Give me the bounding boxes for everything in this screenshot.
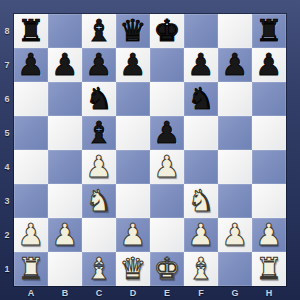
square-g4[interactable] (218, 150, 252, 184)
square-f8[interactable] (184, 14, 218, 48)
square-h5[interactable] (252, 116, 286, 150)
square-a6[interactable] (14, 82, 48, 116)
square-a8[interactable]: ♜ (14, 14, 48, 48)
square-b4[interactable] (48, 150, 82, 184)
square-d7[interactable]: ♟ (116, 48, 150, 82)
white-bishop-f1[interactable]: ♝ (188, 252, 215, 286)
square-c5[interactable]: ♝ (82, 116, 116, 150)
white-pawn-e4[interactable]: ♟ (154, 150, 181, 184)
square-e5[interactable]: ♟ (150, 116, 184, 150)
square-b5[interactable] (48, 116, 82, 150)
square-a3[interactable] (14, 184, 48, 218)
square-f7[interactable]: ♟ (184, 48, 218, 82)
chess-diagram-frame: 87654321 ♜♝♛♚♜♟♟♟♟♟♟♟♞♞♝♟♟♟♞♞♟♟♟♟♟♟♜♝♛♚♝… (0, 0, 300, 300)
black-pawn-g7[interactable]: ♟ (222, 48, 249, 82)
square-h6[interactable] (252, 82, 286, 116)
square-c8[interactable]: ♝ (82, 14, 116, 48)
rank-label-6: 6 (0, 82, 14, 116)
file-label-g: G (218, 286, 252, 300)
rank-label-4: 4 (0, 150, 14, 184)
square-a4[interactable] (14, 150, 48, 184)
square-d2[interactable]: ♟ (116, 218, 150, 252)
square-h2[interactable]: ♟ (252, 218, 286, 252)
rank-label-3: 3 (0, 184, 14, 218)
rank-labels: 87654321 (0, 14, 14, 286)
square-c7[interactable]: ♟ (82, 48, 116, 82)
square-e6[interactable] (150, 82, 184, 116)
black-pawn-c7[interactable]: ♟ (86, 48, 113, 82)
square-a7[interactable]: ♟ (14, 48, 48, 82)
square-b2[interactable]: ♟ (48, 218, 82, 252)
rank-label-8: 8 (0, 14, 14, 48)
black-rook-h8[interactable]: ♜ (256, 14, 283, 48)
rank-label-7: 7 (0, 48, 14, 82)
square-b8[interactable] (48, 14, 82, 48)
file-label-f: F (184, 286, 218, 300)
square-e8[interactable]: ♚ (150, 14, 184, 48)
square-f6[interactable]: ♞ (184, 82, 218, 116)
black-pawn-d7[interactable]: ♟ (120, 48, 147, 82)
square-h8[interactable]: ♜ (252, 14, 286, 48)
square-c3[interactable]: ♞ (82, 184, 116, 218)
square-g8[interactable] (218, 14, 252, 48)
white-queen-d1[interactable]: ♛ (120, 252, 147, 286)
square-c6[interactable]: ♞ (82, 82, 116, 116)
white-pawn-c4[interactable]: ♟ (86, 150, 113, 184)
square-f2[interactable]: ♟ (184, 218, 218, 252)
square-g6[interactable] (218, 82, 252, 116)
square-h3[interactable] (252, 184, 286, 218)
square-c1[interactable]: ♝ (82, 252, 116, 286)
chess-board: ♜♝♛♚♜♟♟♟♟♟♟♟♞♞♝♟♟♟♞♞♟♟♟♟♟♟♜♝♛♚♝♜ (14, 14, 286, 286)
square-g2[interactable]: ♟ (218, 218, 252, 252)
file-label-a: A (14, 286, 48, 300)
square-d4[interactable] (116, 150, 150, 184)
white-pawn-f2[interactable]: ♟ (188, 218, 215, 252)
square-e4[interactable]: ♟ (150, 150, 184, 184)
file-label-h: H (252, 286, 286, 300)
square-d6[interactable] (116, 82, 150, 116)
black-king-e8[interactable]: ♚ (154, 14, 181, 48)
black-bishop-c5[interactable]: ♝ (86, 116, 113, 150)
square-e7[interactable] (150, 48, 184, 82)
white-king-e1[interactable]: ♚ (154, 252, 181, 286)
square-e1[interactable]: ♚ (150, 252, 184, 286)
white-pawn-a2[interactable]: ♟ (18, 218, 45, 252)
square-a2[interactable]: ♟ (14, 218, 48, 252)
file-label-b: B (48, 286, 82, 300)
square-h1[interactable]: ♜ (252, 252, 286, 286)
square-f3[interactable]: ♞ (184, 184, 218, 218)
black-pawn-f7[interactable]: ♟ (188, 48, 215, 82)
square-b7[interactable]: ♟ (48, 48, 82, 82)
black-bishop-c8[interactable]: ♝ (86, 14, 113, 48)
rank-label-2: 2 (0, 218, 14, 252)
square-a1[interactable]: ♜ (14, 252, 48, 286)
square-f5[interactable] (184, 116, 218, 150)
square-g7[interactable]: ♟ (218, 48, 252, 82)
square-d3[interactable] (116, 184, 150, 218)
square-h7[interactable]: ♟ (252, 48, 286, 82)
square-d8[interactable]: ♛ (116, 14, 150, 48)
file-label-d: D (116, 286, 150, 300)
black-knight-f6[interactable]: ♞ (188, 82, 215, 116)
square-b3[interactable] (48, 184, 82, 218)
white-knight-c3[interactable]: ♞ (86, 184, 113, 218)
black-queen-d8[interactable]: ♛ (120, 14, 147, 48)
white-rook-h1[interactable]: ♜ (256, 252, 283, 286)
white-pawn-g2[interactable]: ♟ (222, 218, 249, 252)
white-pawn-h2[interactable]: ♟ (256, 218, 283, 252)
square-f1[interactable]: ♝ (184, 252, 218, 286)
white-pawn-d2[interactable]: ♟ (120, 218, 147, 252)
file-labels: ABCDEFGH (14, 286, 286, 300)
square-c2[interactable] (82, 218, 116, 252)
square-d1[interactable]: ♛ (116, 252, 150, 286)
square-g5[interactable] (218, 116, 252, 150)
white-rook-a1[interactable]: ♜ (18, 252, 45, 286)
square-b6[interactable] (48, 82, 82, 116)
square-h4[interactable] (252, 150, 286, 184)
black-knight-c6[interactable]: ♞ (86, 82, 113, 116)
square-e3[interactable] (150, 184, 184, 218)
black-pawn-h7[interactable]: ♟ (256, 48, 283, 82)
white-bishop-c1[interactable]: ♝ (86, 252, 113, 286)
white-knight-f3[interactable]: ♞ (188, 184, 215, 218)
black-pawn-b7[interactable]: ♟ (52, 48, 79, 82)
square-g1[interactable] (218, 252, 252, 286)
square-c4[interactable]: ♟ (82, 150, 116, 184)
rank-label-5: 5 (0, 116, 14, 150)
square-g3[interactable] (218, 184, 252, 218)
black-pawn-e5[interactable]: ♟ (154, 116, 181, 150)
square-a5[interactable] (14, 116, 48, 150)
square-d5[interactable] (116, 116, 150, 150)
square-b1[interactable] (48, 252, 82, 286)
black-rook-a8[interactable]: ♜ (18, 14, 45, 48)
file-label-c: C (82, 286, 116, 300)
file-label-e: E (150, 286, 184, 300)
square-f4[interactable] (184, 150, 218, 184)
black-pawn-a7[interactable]: ♟ (18, 48, 45, 82)
rank-label-1: 1 (0, 252, 14, 286)
white-pawn-b2[interactable]: ♟ (52, 218, 79, 252)
square-e2[interactable] (150, 218, 184, 252)
